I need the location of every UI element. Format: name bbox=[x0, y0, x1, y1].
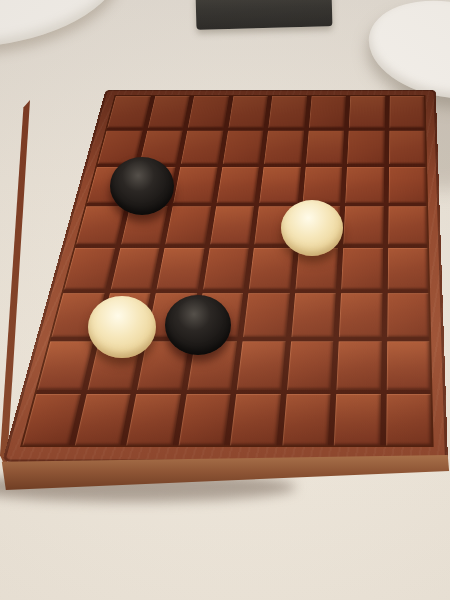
white-stone[interactable] bbox=[88, 296, 156, 358]
stone-layer bbox=[0, 0, 450, 600]
restaurant-table-scene bbox=[0, 0, 450, 600]
white-stone[interactable] bbox=[281, 200, 343, 256]
black-stone[interactable] bbox=[165, 295, 231, 355]
black-stone[interactable] bbox=[110, 157, 174, 215]
